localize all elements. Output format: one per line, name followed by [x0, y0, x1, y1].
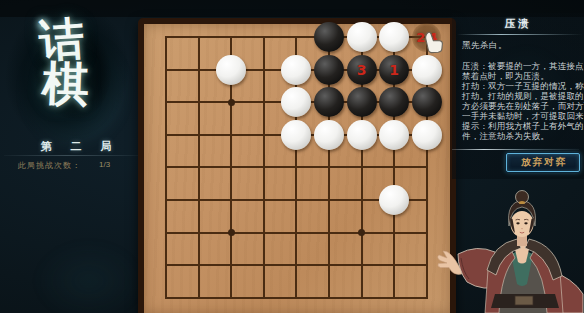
task-text: 黑先杀白。	[462, 40, 507, 52]
panel-text-line: 件，注意劫杀为失败。	[462, 131, 583, 141]
stone-white	[347, 22, 377, 52]
grid-line-h	[165, 264, 428, 266]
panel-text-line: 压溃：被要提的一方，其连接点为	[462, 61, 583, 71]
stone-white	[281, 120, 311, 150]
star-point	[228, 229, 235, 236]
star-point	[358, 229, 365, 236]
stone-black	[314, 22, 344, 52]
stone-white	[216, 55, 246, 85]
stone-white	[379, 120, 409, 150]
panel-text-line: 提示：利用我方棋子上有外气的条	[462, 121, 583, 131]
star-point	[228, 99, 235, 106]
stone-black: 3	[347, 55, 377, 85]
stone-black	[379, 87, 409, 117]
game-logo-char-2: 棋	[41, 59, 90, 108]
title-underline	[457, 34, 583, 35]
panel-text-line: 方必须要先在别处落子，而对方下	[462, 101, 583, 111]
grid-line-h	[165, 297, 428, 299]
attempts-label: 此局挑战次数：	[18, 160, 81, 171]
stone-white	[314, 120, 344, 150]
move-number-label: 1	[379, 55, 409, 85]
stone-white	[412, 120, 442, 150]
panel-text-line: 一手并未黏劫时，才可提取回来。	[462, 111, 583, 121]
sidebar-divider	[4, 155, 144, 156]
panel-text: 压溃：被要提的一方，其连接点为禁着点时，即为压溃。打劫：双方一子互提的情况，称为…	[462, 61, 583, 141]
panel-text-line: 打劫：双方一子互提的情况，称为	[462, 81, 583, 91]
stone-black	[412, 87, 442, 117]
stone-white	[281, 55, 311, 85]
stone-white	[347, 120, 377, 150]
stone-white	[379, 22, 409, 52]
go-board-grid[interactable]: 3124	[166, 37, 427, 298]
stone-black	[314, 55, 344, 85]
panel-text-line: 禁着点时，即为压溃。	[462, 71, 583, 81]
panel-text-line: 打劫。打劫的规则，是被提取的那	[462, 91, 583, 101]
game-screen: 诘 棋 第 二 局 此局挑战次数： 1/3 3124 压溃 黑先杀白。 压溃：被…	[0, 0, 584, 313]
info-panel: 压溃 黑先杀白。 压溃：被要提的一方，其连接点为禁着点时，即为压溃。打劫：双方一…	[452, 13, 584, 179]
round-label: 第 二 局	[0, 139, 152, 154]
stone-white	[379, 185, 409, 215]
grid-line-h	[165, 232, 428, 234]
attempts-value: 1/3	[99, 160, 110, 169]
character-illustration	[425, 188, 584, 313]
stone-black	[347, 87, 377, 117]
go-board[interactable]: 3124	[138, 18, 456, 313]
stone-black	[314, 87, 344, 117]
panel-title: 压溃	[452, 17, 584, 31]
panel-divider	[452, 149, 579, 150]
give-up-button[interactable]: 放弃对弈	[506, 153, 580, 172]
stone-black: 1	[379, 55, 409, 85]
move-number-label: 3	[347, 55, 377, 85]
stone-white	[281, 87, 311, 117]
